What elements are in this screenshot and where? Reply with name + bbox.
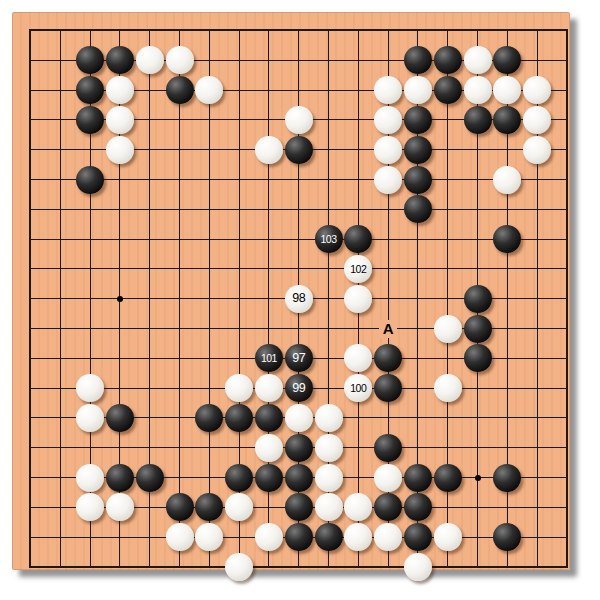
- white-stone[interactable]: [315, 493, 343, 521]
- black-stone[interactable]: [404, 136, 432, 164]
- black-stone[interactable]: [166, 493, 194, 521]
- move-number-label: 102: [350, 264, 366, 275]
- white-stone[interactable]: [285, 106, 313, 134]
- white-stone[interactable]: [106, 106, 134, 134]
- white-stone[interactable]: [464, 46, 492, 74]
- black-stone[interactable]: [374, 374, 402, 402]
- white-stone[interactable]: [225, 374, 253, 402]
- black-stone[interactable]: [404, 464, 432, 492]
- white-stone[interactable]: [315, 464, 343, 492]
- white-stone[interactable]: [285, 404, 313, 432]
- white-stone[interactable]: [136, 46, 164, 74]
- move-number-label: 103: [320, 234, 336, 245]
- black-stone[interactable]: [434, 76, 462, 104]
- black-stone[interactable]: [464, 285, 492, 313]
- white-stone[interactable]: [106, 76, 134, 104]
- page: 103102981019799100A: [0, 0, 600, 600]
- black-stone[interactable]: [76, 76, 104, 104]
- annotation-A[interactable]: A: [379, 320, 397, 338]
- black-stone[interactable]: [76, 166, 104, 194]
- black-stone[interactable]: [493, 106, 521, 134]
- black-stone[interactable]: [493, 464, 521, 492]
- black-stone[interactable]: [285, 493, 313, 521]
- white-stone[interactable]: [255, 434, 283, 462]
- black-stone[interactable]: [315, 523, 343, 551]
- white-stone[interactable]: [106, 136, 134, 164]
- move-number-label: 97: [292, 352, 305, 365]
- move-number-label: 98: [292, 292, 305, 305]
- black-stone[interactable]: [136, 464, 164, 492]
- black-stone[interactable]: [225, 464, 253, 492]
- white-stone[interactable]: [344, 285, 372, 313]
- star-point: [475, 475, 481, 481]
- star-point: [117, 296, 123, 302]
- white-stone[interactable]: [374, 464, 402, 492]
- white-stone[interactable]: [76, 374, 104, 402]
- move-number-label: 101: [261, 353, 277, 364]
- black-stone[interactable]: [166, 76, 194, 104]
- white-stone[interactable]: [315, 434, 343, 462]
- black-stone[interactable]: [404, 166, 432, 194]
- black-stone[interactable]: [255, 404, 283, 432]
- black-stone[interactable]: [285, 464, 313, 492]
- white-stone[interactable]: [374, 166, 402, 194]
- white-stone[interactable]: [523, 136, 551, 164]
- white-stone[interactable]: [374, 136, 402, 164]
- black-stone[interactable]: 97: [285, 344, 313, 372]
- white-stone[interactable]: [374, 523, 402, 551]
- black-stone[interactable]: [464, 315, 492, 343]
- black-stone[interactable]: [404, 493, 432, 521]
- black-stone[interactable]: [106, 404, 134, 432]
- white-stone[interactable]: [523, 76, 551, 104]
- move-number-label: 100: [350, 383, 366, 394]
- white-stone[interactable]: [225, 553, 253, 581]
- white-stone[interactable]: [315, 404, 343, 432]
- black-stone[interactable]: [106, 46, 134, 74]
- move-number-label: 99: [292, 382, 305, 395]
- white-stone[interactable]: 102: [344, 255, 372, 283]
- white-stone[interactable]: [374, 76, 402, 104]
- black-stone[interactable]: [404, 46, 432, 74]
- white-stone[interactable]: [166, 523, 194, 551]
- black-stone[interactable]: 99: [285, 374, 313, 402]
- black-stone[interactable]: [285, 434, 313, 462]
- white-stone[interactable]: 98: [285, 285, 313, 313]
- black-stone[interactable]: [285, 136, 313, 164]
- white-stone[interactable]: [374, 106, 402, 134]
- black-stone[interactable]: [434, 464, 462, 492]
- white-stone[interactable]: [523, 106, 551, 134]
- white-stone[interactable]: [434, 523, 462, 551]
- black-stone[interactable]: [434, 46, 462, 74]
- black-stone[interactable]: [225, 404, 253, 432]
- white-stone[interactable]: [255, 523, 283, 551]
- white-stone[interactable]: [404, 76, 432, 104]
- black-stone[interactable]: [195, 404, 223, 432]
- black-stone[interactable]: [464, 344, 492, 372]
- black-stone[interactable]: [464, 106, 492, 134]
- white-stone[interactable]: [255, 374, 283, 402]
- white-stone[interactable]: [166, 46, 194, 74]
- white-stone[interactable]: [434, 374, 462, 402]
- black-stone[interactable]: [285, 523, 313, 551]
- white-stone[interactable]: [76, 404, 104, 432]
- white-stone[interactable]: [464, 76, 492, 104]
- white-stone[interactable]: [493, 166, 521, 194]
- white-stone[interactable]: [76, 464, 104, 492]
- white-stone[interactable]: [404, 553, 432, 581]
- black-stone[interactable]: [374, 434, 402, 462]
- go-board[interactable]: 103102981019799100A: [12, 12, 570, 570]
- black-stone[interactable]: [404, 523, 432, 551]
- black-stone[interactable]: [76, 106, 104, 134]
- black-stone[interactable]: 101: [255, 344, 283, 372]
- black-stone[interactable]: [255, 464, 283, 492]
- white-stone[interactable]: [106, 493, 134, 521]
- black-stone[interactable]: [404, 106, 432, 134]
- white-stone[interactable]: [255, 136, 283, 164]
- black-stone[interactable]: [404, 195, 432, 223]
- white-stone[interactable]: [434, 315, 462, 343]
- black-stone[interactable]: 103: [315, 225, 343, 253]
- black-stone[interactable]: [106, 464, 134, 492]
